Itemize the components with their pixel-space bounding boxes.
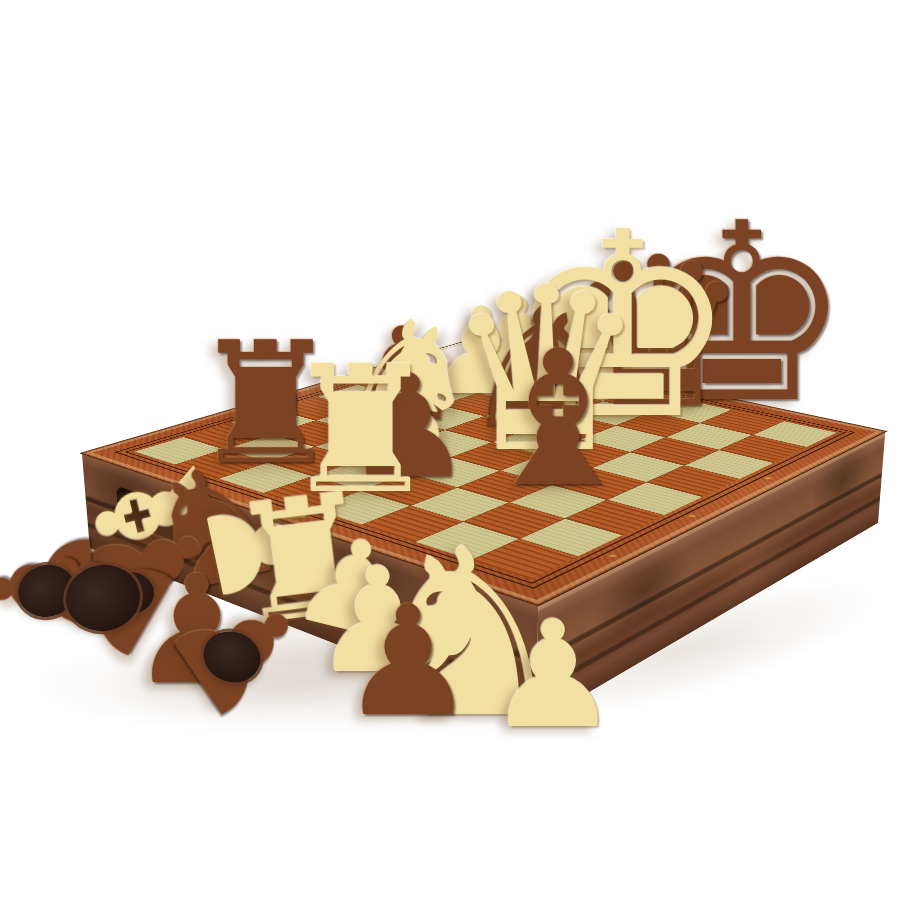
square-f2 (411, 488, 508, 522)
felt-base (106, 572, 154, 614)
gold-inlay-diamond (285, 511, 309, 520)
square-h5 (647, 466, 739, 497)
square-h4 (607, 482, 702, 515)
brass-pin (687, 514, 697, 517)
square-b1 (176, 449, 267, 478)
square-e1 (312, 491, 410, 525)
square-f5 (542, 440, 630, 468)
square-e4 (451, 442, 540, 470)
square-d1 (264, 476, 360, 508)
square-g1 (416, 522, 519, 560)
square-h3 (565, 500, 663, 535)
square-e3 (408, 457, 500, 487)
handle-recess (116, 486, 203, 552)
brass-pin (607, 554, 617, 558)
square-h6 (684, 450, 773, 479)
folding-chess-box (82, 342, 885, 605)
square-c2 (268, 447, 358, 476)
square-f1 (362, 506, 462, 542)
chess-set-photo: ♟♚♟♟♛♟♚♞♟♛♞♝♟♜♜♟♟♟♝♞♟♟♟♜♟♟♟♞♟ (0, 0, 924, 924)
square-f3 (458, 471, 552, 502)
square-e2 (361, 474, 456, 506)
square-g3 (510, 485, 606, 518)
brass-pin (764, 477, 773, 480)
square-h2 (520, 519, 622, 556)
felt-base (61, 559, 145, 637)
square-g4 (553, 468, 646, 499)
gold-inlay-diamond (191, 481, 208, 486)
square-d2 (314, 460, 407, 490)
square-f4 (501, 455, 592, 485)
felt-base (12, 558, 81, 623)
felt-base (196, 624, 268, 691)
square-d3 (360, 445, 450, 473)
square-g2 (464, 503, 563, 538)
square-c1 (219, 463, 312, 493)
square-g5 (593, 452, 683, 481)
square-h1 (472, 539, 578, 579)
